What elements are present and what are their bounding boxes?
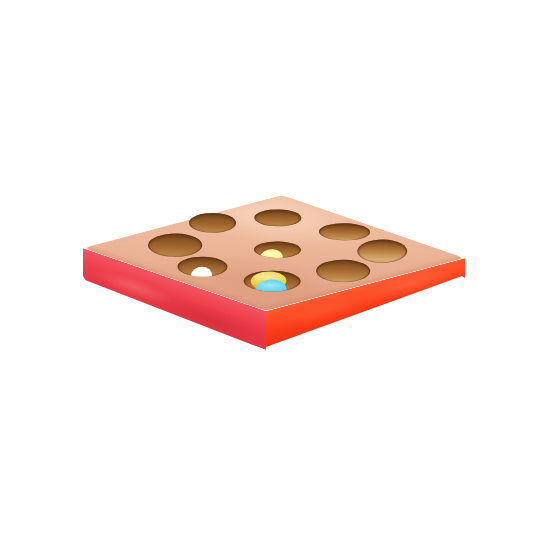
product-photo-canvas	[0, 0, 550, 550]
hole	[177, 256, 229, 277]
board-scene	[0, 0, 550, 550]
ball-yellow[interactable]	[259, 249, 284, 259]
hole	[355, 239, 408, 264]
hole	[314, 259, 371, 283]
hole	[187, 212, 237, 233]
hole	[253, 241, 302, 259]
hole	[253, 209, 302, 227]
hole	[318, 223, 372, 242]
ball-white[interactable]	[190, 266, 214, 277]
